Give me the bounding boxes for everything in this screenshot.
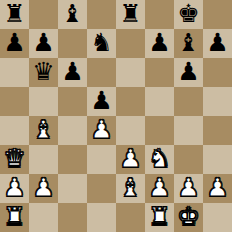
square-h4[interactable]	[203, 116, 232, 145]
square-f3[interactable]: ♞	[145, 145, 174, 174]
square-d7[interactable]: ♞	[87, 29, 116, 58]
square-e2[interactable]: ♝	[116, 174, 145, 203]
square-d3[interactable]	[87, 145, 116, 174]
white-pawn-piece[interactable]: ♟	[32, 174, 54, 202]
square-h3[interactable]	[203, 145, 232, 174]
black-bishop-piece[interactable]: ♝	[177, 29, 199, 57]
white-rook-piece[interactable]: ♜	[3, 203, 25, 231]
square-f6[interactable]	[145, 58, 174, 87]
square-f8[interactable]	[145, 0, 174, 29]
square-b8[interactable]	[29, 0, 58, 29]
black-pawn-piece[interactable]: ♟	[90, 87, 112, 115]
square-d1[interactable]	[87, 203, 116, 232]
square-a8[interactable]: ♜	[0, 0, 29, 29]
square-a3[interactable]: ♛	[0, 145, 29, 174]
square-b4[interactable]: ♝	[29, 116, 58, 145]
black-rook-piece[interactable]: ♜	[119, 0, 141, 28]
black-bishop-piece[interactable]: ♝	[61, 0, 83, 28]
square-c4[interactable]	[58, 116, 87, 145]
black-pawn-piece[interactable]: ♟	[3, 29, 25, 57]
square-e3[interactable]: ♟	[116, 145, 145, 174]
square-h8[interactable]	[203, 0, 232, 29]
white-queen-piece[interactable]: ♛	[3, 145, 25, 173]
black-pawn-piece[interactable]: ♟	[177, 58, 199, 86]
square-c5[interactable]	[58, 87, 87, 116]
square-f4[interactable]	[145, 116, 174, 145]
white-knight-piece[interactable]: ♞	[148, 145, 170, 173]
square-h1[interactable]	[203, 203, 232, 232]
square-d5[interactable]: ♟	[87, 87, 116, 116]
square-d8[interactable]	[87, 0, 116, 29]
square-f5[interactable]	[145, 87, 174, 116]
square-c3[interactable]	[58, 145, 87, 174]
black-pawn-piece[interactable]: ♟	[32, 29, 54, 57]
square-h6[interactable]	[203, 58, 232, 87]
square-f2[interactable]: ♟	[145, 174, 174, 203]
square-c7[interactable]	[58, 29, 87, 58]
chess-board-container: ♜♝♜♚♟♟♞♟♝♟♛♟♟♟♝♟♛♟♞♟♟♝♟♟♟♜♜♚	[0, 0, 232, 232]
square-a1[interactable]: ♜	[0, 203, 29, 232]
chess-board: ♜♝♜♚♟♟♞♟♝♟♛♟♟♟♝♟♛♟♞♟♟♝♟♟♟♜♜♚	[0, 0, 232, 232]
square-c6[interactable]: ♟	[58, 58, 87, 87]
white-pawn-piece[interactable]: ♟	[177, 174, 199, 202]
white-pawn-piece[interactable]: ♟	[119, 145, 141, 173]
square-e8[interactable]: ♜	[116, 0, 145, 29]
white-pawn-piece[interactable]: ♟	[90, 116, 112, 144]
square-a6[interactable]	[0, 58, 29, 87]
square-a5[interactable]	[0, 87, 29, 116]
black-rook-piece[interactable]: ♜	[3, 0, 25, 28]
square-f7[interactable]: ♟	[145, 29, 174, 58]
square-g4[interactable]	[174, 116, 203, 145]
square-c2[interactable]	[58, 174, 87, 203]
white-bishop-piece[interactable]: ♝	[32, 116, 54, 144]
white-pawn-piece[interactable]: ♟	[206, 174, 228, 202]
square-e7[interactable]	[116, 29, 145, 58]
black-king-piece[interactable]: ♚	[177, 0, 199, 28]
square-e6[interactable]	[116, 58, 145, 87]
black-queen-piece[interactable]: ♛	[32, 58, 54, 86]
square-g7[interactable]: ♝	[174, 29, 203, 58]
black-pawn-piece[interactable]: ♟	[61, 58, 83, 86]
black-pawn-piece[interactable]: ♟	[206, 29, 228, 57]
square-g6[interactable]: ♟	[174, 58, 203, 87]
square-a2[interactable]: ♟	[0, 174, 29, 203]
white-rook-piece[interactable]: ♜	[148, 203, 170, 231]
square-b3[interactable]	[29, 145, 58, 174]
white-bishop-piece[interactable]: ♝	[119, 174, 141, 202]
square-c8[interactable]: ♝	[58, 0, 87, 29]
square-b1[interactable]	[29, 203, 58, 232]
square-b6[interactable]: ♛	[29, 58, 58, 87]
square-b2[interactable]: ♟	[29, 174, 58, 203]
square-g5[interactable]	[174, 87, 203, 116]
square-a4[interactable]	[0, 116, 29, 145]
square-h2[interactable]: ♟	[203, 174, 232, 203]
square-d4[interactable]: ♟	[87, 116, 116, 145]
square-f1[interactable]: ♜	[145, 203, 174, 232]
square-g8[interactable]: ♚	[174, 0, 203, 29]
square-e5[interactable]	[116, 87, 145, 116]
square-b5[interactable]	[29, 87, 58, 116]
square-e4[interactable]	[116, 116, 145, 145]
white-king-piece[interactable]: ♚	[177, 203, 199, 231]
square-g1[interactable]: ♚	[174, 203, 203, 232]
square-h7[interactable]: ♟	[203, 29, 232, 58]
white-pawn-piece[interactable]: ♟	[3, 174, 25, 202]
square-c1[interactable]	[58, 203, 87, 232]
square-d2[interactable]	[87, 174, 116, 203]
square-g3[interactable]	[174, 145, 203, 174]
square-b7[interactable]: ♟	[29, 29, 58, 58]
black-pawn-piece[interactable]: ♟	[148, 29, 170, 57]
black-knight-piece[interactable]: ♞	[90, 29, 112, 57]
white-pawn-piece[interactable]: ♟	[148, 174, 170, 202]
square-g2[interactable]: ♟	[174, 174, 203, 203]
square-a7[interactable]: ♟	[0, 29, 29, 58]
square-e1[interactable]	[116, 203, 145, 232]
square-d6[interactable]	[87, 58, 116, 87]
square-h5[interactable]	[203, 87, 232, 116]
